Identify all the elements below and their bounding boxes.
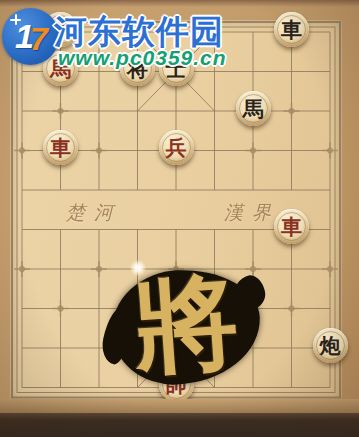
- piece-black-将[interactable]: 将: [120, 51, 155, 86]
- piece-black-士[interactable]: 士: [159, 51, 194, 86]
- piece-character: 馬: [43, 52, 78, 87]
- piece-red-馬[interactable]: 馬: [43, 51, 78, 86]
- piece-character: 車: [43, 13, 78, 48]
- check-stamp-character: 將: [130, 269, 241, 380]
- table-edge: [0, 413, 359, 437]
- check-stamp-ink-blot: 將: [110, 267, 262, 386]
- xiangqi-game-screen: 楚河 漢界 車車馬将士馬車兵車馬炮帥 將 1 7 河东软件园 www.pc035…: [0, 0, 359, 437]
- piece-character: 兵: [159, 131, 194, 166]
- piece-character: 炮: [313, 329, 348, 364]
- piece-character: 車: [43, 131, 78, 166]
- piece-character: 士: [159, 52, 194, 87]
- piece-character: 将: [120, 52, 155, 87]
- piece-character: 車: [274, 13, 309, 48]
- piece-black-馬[interactable]: 馬: [236, 91, 271, 126]
- piece-black-炮[interactable]: 炮: [313, 328, 348, 363]
- piece-red-車[interactable]: 車: [43, 130, 78, 165]
- river-label-chu: 楚河: [66, 200, 122, 226]
- river-label-han: 漢界: [224, 200, 280, 226]
- piece-character: 車: [274, 210, 309, 245]
- piece-red-車[interactable]: 車: [274, 209, 309, 244]
- piece-black-車[interactable]: 車: [43, 12, 78, 47]
- piece-black-車[interactable]: 車: [274, 12, 309, 47]
- piece-red-兵[interactable]: 兵: [159, 130, 194, 165]
- piece-character: 馬: [236, 92, 271, 127]
